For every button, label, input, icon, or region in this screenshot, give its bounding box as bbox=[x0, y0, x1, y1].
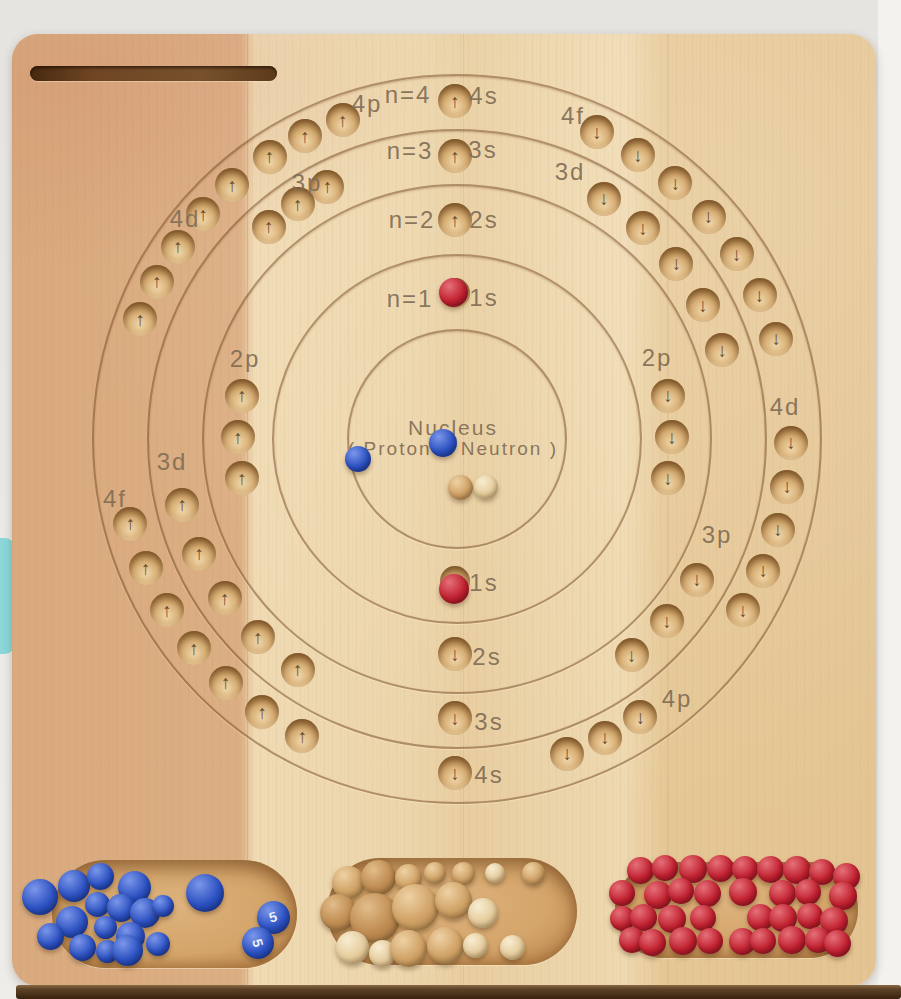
ball-tan[interactable] bbox=[392, 884, 439, 931]
ball-red[interactable] bbox=[750, 928, 776, 954]
engraved-label: 3s bbox=[468, 136, 497, 164]
engraved-label: 4d bbox=[770, 393, 801, 421]
spin-down-arrow-icon: ↓ bbox=[773, 520, 783, 539]
spin-down-arrow-icon: ↓ bbox=[755, 286, 765, 305]
spin-up-arrow-icon: ↑ bbox=[237, 386, 247, 405]
engraved-label: 2s bbox=[472, 643, 501, 671]
spin-down-arrow-icon: ↓ bbox=[450, 709, 460, 728]
spin-down-arrow-icon: ↓ bbox=[638, 219, 648, 238]
spin-down-arrow-icon: ↓ bbox=[636, 708, 646, 727]
spin-down-arrow-icon: ↓ bbox=[704, 207, 714, 226]
spin-up-arrow-icon: ↑ bbox=[264, 217, 274, 236]
ball-cream[interactable] bbox=[485, 863, 505, 883]
engraved-label: n=4 bbox=[385, 81, 432, 109]
engraved-label: 1s bbox=[469, 569, 498, 597]
spin-down-arrow-icon: ↓ bbox=[450, 645, 460, 664]
ball-red[interactable] bbox=[609, 880, 635, 906]
hole-4d-down-5[interactable]: ↓ bbox=[726, 593, 760, 627]
spin-down-arrow-icon: ↓ bbox=[698, 296, 708, 315]
hole-3d-down-2[interactable]: ↓ bbox=[626, 211, 660, 245]
ball-red[interactable] bbox=[627, 857, 654, 884]
ball-blue[interactable] bbox=[94, 916, 117, 939]
hole-3d-down-4[interactable]: ↓ bbox=[686, 288, 720, 322]
ball-cream[interactable] bbox=[463, 933, 488, 958]
hole-2s-up-1[interactable]: ↑ bbox=[438, 203, 472, 237]
hole-2p-down-2[interactable]: ↓ bbox=[655, 420, 689, 454]
engraved-label: 4f bbox=[103, 485, 127, 513]
ball-red[interactable] bbox=[439, 278, 468, 307]
ball-red[interactable] bbox=[694, 880, 721, 907]
ball-red[interactable] bbox=[778, 926, 806, 954]
engraved-label: 3d bbox=[157, 448, 188, 476]
spin-down-arrow-icon: ↓ bbox=[633, 146, 643, 165]
ball-red[interactable] bbox=[769, 880, 796, 907]
hole-4f-down-2[interactable]: ↓ bbox=[621, 138, 655, 172]
engraved-label: 4p bbox=[662, 685, 693, 713]
engraved-label: n=3 bbox=[387, 137, 434, 165]
spin-down-arrow-icon: ↓ bbox=[692, 570, 702, 589]
hole-3s-up-1[interactable]: ↑ bbox=[438, 139, 472, 173]
ball-blue[interactable] bbox=[429, 429, 457, 457]
ball-number: 5 bbox=[250, 937, 266, 948]
hole-4f-down-4[interactable]: ↓ bbox=[692, 200, 726, 234]
spin-up-arrow-icon: ↑ bbox=[126, 514, 136, 533]
spin-up-arrow-icon: ↑ bbox=[220, 589, 230, 608]
ball-blue[interactable] bbox=[345, 446, 371, 472]
hole-4d-down-2[interactable]: ↓ bbox=[770, 470, 804, 504]
hole-4f-down-5[interactable]: ↓ bbox=[720, 237, 754, 271]
spin-down-arrow-icon: ↓ bbox=[592, 123, 602, 142]
toy-dot-icon bbox=[1, 610, 9, 618]
toy-dot-icon bbox=[3, 556, 12, 565]
spin-up-arrow-icon: ↑ bbox=[293, 195, 303, 214]
spin-down-arrow-icon: ↓ bbox=[772, 329, 782, 348]
ball-blue[interactable] bbox=[58, 870, 90, 902]
hole-3p-down-1[interactable]: ↓ bbox=[680, 563, 714, 597]
spin-up-arrow-icon: ↑ bbox=[450, 92, 460, 111]
engraved-label: 2s bbox=[469, 206, 498, 234]
hole-4f-down-7[interactable]: ↓ bbox=[759, 322, 793, 356]
ball-red[interactable] bbox=[697, 928, 723, 954]
hole-4d-down-3[interactable]: ↓ bbox=[761, 513, 795, 547]
background-wall bbox=[878, 0, 901, 999]
ball-cream[interactable] bbox=[468, 898, 498, 928]
ball-tan[interactable] bbox=[452, 862, 475, 885]
hole-2p-down-1[interactable]: ↓ bbox=[651, 379, 685, 413]
ball-red[interactable] bbox=[729, 878, 757, 906]
ball-red[interactable] bbox=[669, 927, 697, 955]
ball-blue[interactable] bbox=[69, 934, 96, 961]
spin-up-arrow-icon: ↑ bbox=[253, 628, 263, 647]
hole-2p-up-1[interactable]: ↑ bbox=[225, 379, 259, 413]
spin-up-arrow-icon: ↑ bbox=[189, 639, 199, 658]
engraved-label: 4d bbox=[170, 205, 201, 233]
spin-up-arrow-icon: ↑ bbox=[300, 127, 310, 146]
spin-down-arrow-icon: ↓ bbox=[600, 728, 610, 747]
ball-tan[interactable] bbox=[390, 930, 427, 967]
hole-4d-down-1[interactable]: ↓ bbox=[774, 426, 808, 460]
ball-cream[interactable] bbox=[500, 935, 525, 960]
engraved-label: 2p bbox=[642, 344, 673, 372]
hole-2p-up-2[interactable]: ↑ bbox=[221, 420, 255, 454]
spin-up-arrow-icon: ↑ bbox=[450, 211, 460, 230]
ball-cream[interactable] bbox=[474, 475, 498, 499]
spin-up-arrow-icon: ↑ bbox=[152, 272, 162, 291]
hole-4s-up-1[interactable]: ↑ bbox=[438, 84, 472, 118]
spin-down-arrow-icon: ↓ bbox=[663, 386, 673, 405]
spin-down-arrow-icon: ↓ bbox=[717, 341, 727, 360]
spin-down-arrow-icon: ↓ bbox=[732, 245, 742, 264]
spin-up-arrow-icon: ↑ bbox=[162, 601, 172, 620]
engraved-label: n=2 bbox=[389, 206, 436, 234]
atomic-model-board: ↑↓↑↑↑↑↓↓↓↓↑↑↑↑↑↑↑↑↑↓↓↓↓↓↓↓↓↓↑↑↑↑↑↑↑↑↑↑↑↑… bbox=[12, 34, 876, 986]
spin-up-arrow-icon: ↑ bbox=[195, 544, 205, 563]
engraved-label: 3p bbox=[702, 521, 733, 549]
hole-3d-up-3[interactable]: ↑ bbox=[208, 581, 242, 615]
spin-up-arrow-icon: ↑ bbox=[237, 469, 247, 488]
engraved-label: 4s bbox=[469, 82, 498, 110]
hole-4d-up-4[interactable]: ↑ bbox=[140, 265, 174, 299]
engraved-label: 4s bbox=[474, 761, 503, 789]
ball-blue[interactable] bbox=[146, 932, 170, 956]
hole-4p-down-2[interactable]: ↓ bbox=[588, 721, 622, 755]
spin-up-arrow-icon: ↑ bbox=[298, 727, 308, 746]
ball-red[interactable] bbox=[439, 574, 469, 604]
spin-up-arrow-icon: ↑ bbox=[221, 673, 231, 692]
ball-red[interactable] bbox=[829, 882, 857, 910]
spin-up-arrow-icon: ↑ bbox=[228, 176, 238, 195]
ball-tan[interactable] bbox=[448, 475, 473, 500]
ball-blue[interactable] bbox=[37, 923, 64, 950]
spin-up-arrow-icon: ↑ bbox=[450, 147, 460, 166]
spin-up-arrow-icon: ↑ bbox=[141, 559, 151, 578]
hole-3s-down-1[interactable]: ↓ bbox=[438, 701, 472, 735]
spin-down-arrow-icon: ↓ bbox=[783, 477, 793, 496]
ball-tan[interactable] bbox=[427, 927, 464, 964]
spin-up-arrow-icon: ↑ bbox=[323, 177, 333, 196]
spin-down-arrow-icon: ↓ bbox=[450, 764, 460, 783]
spin-down-arrow-icon: ↓ bbox=[672, 254, 682, 273]
hole-3d-up-2[interactable]: ↑ bbox=[182, 537, 216, 571]
ball-red[interactable] bbox=[757, 856, 784, 883]
engraved-label: 3p bbox=[292, 169, 323, 197]
engraved-label: 4p bbox=[352, 90, 383, 118]
spin-down-arrow-icon: ↓ bbox=[758, 561, 768, 580]
hole-3p-up-3[interactable]: ↑ bbox=[252, 210, 286, 244]
ball-blue[interactable] bbox=[87, 863, 114, 890]
ball-blue[interactable] bbox=[186, 874, 224, 912]
hole-4d-down-4[interactable]: ↓ bbox=[746, 554, 780, 588]
spin-up-arrow-icon: ↑ bbox=[258, 703, 268, 722]
spin-down-arrow-icon: ↓ bbox=[599, 189, 609, 208]
ball-tan[interactable] bbox=[522, 862, 545, 885]
ball-blue[interactable] bbox=[112, 935, 143, 966]
spin-down-arrow-icon: ↓ bbox=[663, 469, 673, 488]
spin-up-arrow-icon: ↑ bbox=[178, 495, 188, 514]
hole-4f-up-3[interactable]: ↑ bbox=[150, 593, 184, 627]
ball-cream[interactable] bbox=[336, 931, 369, 964]
spin-up-arrow-icon: ↑ bbox=[293, 660, 303, 679]
hole-4f-down-6[interactable]: ↓ bbox=[743, 278, 777, 312]
hole-3p-down-3[interactable]: ↓ bbox=[615, 638, 649, 672]
ball-blue[interactable] bbox=[85, 892, 110, 917]
spin-down-arrow-icon: ↓ bbox=[786, 433, 796, 452]
ball-red[interactable] bbox=[795, 879, 821, 905]
spin-down-arrow-icon: ↓ bbox=[627, 646, 637, 665]
ball-red[interactable] bbox=[639, 929, 666, 956]
hole-4f-up-5[interactable]: ↑ bbox=[209, 666, 243, 700]
spin-down-arrow-icon: ↓ bbox=[662, 612, 672, 631]
card-slot bbox=[30, 66, 277, 81]
engraved-label: n=1 bbox=[387, 285, 434, 313]
ball-red[interactable] bbox=[652, 855, 678, 881]
hole-4p-up-3[interactable]: ↑ bbox=[253, 140, 287, 174]
ball-tan[interactable] bbox=[424, 862, 446, 884]
spin-down-arrow-icon: ↓ bbox=[738, 601, 748, 620]
engraved-label: 1s bbox=[469, 284, 498, 312]
ball-red[interactable] bbox=[707, 855, 734, 882]
ball-red[interactable] bbox=[668, 878, 694, 904]
spin-up-arrow-icon: ↑ bbox=[338, 111, 348, 130]
engraved-label: 4f bbox=[561, 102, 585, 130]
engraved-label: 3d bbox=[555, 158, 586, 186]
hole-3d-down-1[interactable]: ↓ bbox=[587, 182, 621, 216]
hole-2s-down-1[interactable]: ↓ bbox=[438, 637, 472, 671]
board-bottom-edge bbox=[16, 985, 901, 999]
photo-stage: ↑↓↑↑↑↑↓↓↓↓↑↑↑↑↑↑↑↑↑↓↓↓↓↓↓↓↓↓↑↑↑↑↑↑↑↑↑↑↑↑… bbox=[0, 0, 901, 999]
hole-4f-up-2[interactable]: ↑ bbox=[129, 551, 163, 585]
hole-4d-up-3[interactable]: ↑ bbox=[161, 230, 195, 264]
hole-3d-up-5[interactable]: ↑ bbox=[281, 653, 315, 687]
spin-up-arrow-icon: ↑ bbox=[173, 237, 183, 256]
spin-up-arrow-icon: ↑ bbox=[136, 310, 146, 329]
ball-red[interactable] bbox=[690, 905, 716, 931]
ball-blue[interactable] bbox=[152, 895, 174, 917]
ball-number: 5 bbox=[267, 909, 278, 925]
spin-down-arrow-icon: ↓ bbox=[667, 428, 677, 447]
hole-4s-down-1[interactable]: ↓ bbox=[438, 756, 472, 790]
spin-down-arrow-icon: ↓ bbox=[562, 744, 572, 763]
spin-up-arrow-icon: ↑ bbox=[265, 147, 275, 166]
engraved-label: 2p bbox=[230, 345, 261, 373]
spin-down-arrow-icon: ↓ bbox=[671, 174, 681, 193]
ball-blue[interactable]: 5 bbox=[242, 927, 274, 959]
ball-blue[interactable] bbox=[22, 879, 58, 915]
ball-red[interactable] bbox=[824, 930, 851, 957]
ball-tan[interactable] bbox=[435, 882, 472, 919]
spin-up-arrow-icon: ↑ bbox=[233, 428, 243, 447]
engraved-label: 3s bbox=[474, 708, 503, 736]
ball-tan2[interactable] bbox=[361, 860, 396, 895]
ball-red[interactable] bbox=[797, 903, 823, 929]
hole-4p-down-3[interactable]: ↓ bbox=[550, 737, 584, 771]
